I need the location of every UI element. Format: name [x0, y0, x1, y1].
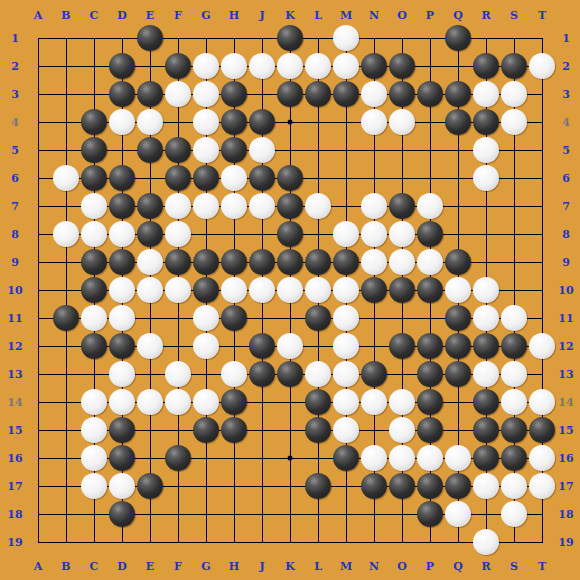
stone-white-Q18[interactable] [445, 501, 471, 527]
stone-white-R13[interactable] [473, 361, 499, 387]
coord-label-col-H: H [229, 561, 239, 572]
stone-black-E8[interactable] [137, 221, 163, 247]
coord-label-col-P: P [426, 10, 434, 21]
coord-label-row-8: 8 [562, 229, 570, 240]
stone-black-O12[interactable] [389, 333, 415, 359]
stone-white-D13[interactable] [109, 361, 135, 387]
stone-black-R4[interactable] [473, 109, 499, 135]
stone-white-M15[interactable] [333, 417, 359, 443]
stone-black-O10[interactable] [389, 277, 415, 303]
stone-white-H6[interactable] [221, 165, 247, 191]
coord-label-col-R: R [481, 10, 490, 21]
stone-black-J12[interactable] [249, 333, 275, 359]
coord-label-row-14: 14 [7, 397, 22, 408]
stone-black-T15[interactable] [529, 417, 555, 443]
stone-white-T14[interactable] [529, 389, 555, 415]
coord-label-col-S: S [510, 10, 518, 21]
stone-black-K1[interactable] [277, 25, 303, 51]
stone-white-N7[interactable] [361, 193, 387, 219]
stone-black-Q9[interactable] [445, 249, 471, 275]
stone-white-N16[interactable] [361, 445, 387, 471]
coord-label-row-16: 16 [7, 453, 22, 464]
coord-label-row-4: 4 [562, 117, 570, 128]
stone-black-K7[interactable] [277, 193, 303, 219]
stone-white-L13[interactable] [305, 361, 331, 387]
coord-label-col-O: O [397, 561, 407, 572]
stone-white-D11[interactable] [109, 305, 135, 331]
coord-label-col-A: A [34, 10, 43, 21]
stone-white-O14[interactable] [389, 389, 415, 415]
coord-label-col-F: F [174, 10, 182, 21]
stone-white-M8[interactable] [333, 221, 359, 247]
stone-white-F8[interactable] [165, 221, 191, 247]
stone-white-H2[interactable] [221, 53, 247, 79]
grid-line-horizontal [38, 542, 543, 543]
stone-black-H14[interactable] [221, 389, 247, 415]
stone-black-O3[interactable] [389, 81, 415, 107]
coord-label-row-16: 16 [558, 453, 573, 464]
coord-label-col-Q: Q [453, 561, 463, 572]
coord-label-col-M: M [340, 10, 352, 21]
stone-black-C10[interactable] [81, 277, 107, 303]
stone-white-N14[interactable] [361, 389, 387, 415]
stone-black-D3[interactable] [109, 81, 135, 107]
coord-label-row-2: 2 [11, 61, 19, 72]
stone-black-D7[interactable] [109, 193, 135, 219]
stone-white-R10[interactable] [473, 277, 499, 303]
stone-white-J5[interactable] [249, 137, 275, 163]
coord-label-row-19: 19 [558, 537, 573, 548]
stone-black-Q3[interactable] [445, 81, 471, 107]
stone-white-K2[interactable] [277, 53, 303, 79]
coord-label-col-H: H [229, 10, 239, 21]
stone-white-P16[interactable] [417, 445, 443, 471]
coord-label-row-5: 5 [11, 145, 19, 156]
coord-label-col-A: A [34, 561, 43, 572]
coord-label-col-C: C [90, 10, 99, 21]
stone-white-H10[interactable] [221, 277, 247, 303]
stone-black-C4[interactable] [81, 109, 107, 135]
stone-white-C15[interactable] [81, 417, 107, 443]
stone-white-C11[interactable] [81, 305, 107, 331]
coord-label-row-9: 9 [11, 257, 19, 268]
stone-black-E17[interactable] [137, 473, 163, 499]
stone-black-G6[interactable] [193, 165, 219, 191]
coord-label-row-1: 1 [562, 33, 570, 44]
coord-label-row-18: 18 [7, 509, 22, 520]
stone-black-C9[interactable] [81, 249, 107, 275]
stone-black-H9[interactable] [221, 249, 247, 275]
coord-label-row-6: 6 [562, 173, 570, 184]
coord-label-row-11: 11 [558, 313, 573, 324]
coord-label-row-18: 18 [558, 509, 573, 520]
stone-black-C12[interactable] [81, 333, 107, 359]
stone-white-D8[interactable] [109, 221, 135, 247]
coord-label-row-9: 9 [562, 257, 570, 268]
stone-black-F16[interactable] [165, 445, 191, 471]
stone-black-R12[interactable] [473, 333, 499, 359]
stone-black-N17[interactable] [361, 473, 387, 499]
stone-black-H11[interactable] [221, 305, 247, 331]
stone-white-H7[interactable] [221, 193, 247, 219]
stone-black-S2[interactable] [501, 53, 527, 79]
stone-black-R2[interactable] [473, 53, 499, 79]
stone-white-R3[interactable] [473, 81, 499, 107]
stone-white-M11[interactable] [333, 305, 359, 331]
coord-label-row-7: 7 [562, 201, 570, 212]
coord-label-row-15: 15 [7, 425, 22, 436]
coord-label-row-17: 17 [7, 481, 22, 492]
stone-white-F10[interactable] [165, 277, 191, 303]
stone-white-J10[interactable] [249, 277, 275, 303]
coord-label-col-O: O [397, 10, 407, 21]
stone-white-C7[interactable] [81, 193, 107, 219]
stone-white-R17[interactable] [473, 473, 499, 499]
stone-white-S17[interactable] [501, 473, 527, 499]
stone-black-J13[interactable] [249, 361, 275, 387]
stone-black-Q17[interactable] [445, 473, 471, 499]
stone-black-H15[interactable] [221, 417, 247, 443]
stone-black-D9[interactable] [109, 249, 135, 275]
coord-label-col-G: G [201, 10, 210, 21]
stone-black-E7[interactable] [137, 193, 163, 219]
stone-black-Q13[interactable] [445, 361, 471, 387]
stone-white-K10[interactable] [277, 277, 303, 303]
stone-white-O16[interactable] [389, 445, 415, 471]
stone-white-F14[interactable] [165, 389, 191, 415]
stone-white-N8[interactable] [361, 221, 387, 247]
stone-white-O9[interactable] [389, 249, 415, 275]
stone-black-E3[interactable] [137, 81, 163, 107]
stone-black-D2[interactable] [109, 53, 135, 79]
stone-white-D14[interactable] [109, 389, 135, 415]
stone-black-D6[interactable] [109, 165, 135, 191]
stone-black-L17[interactable] [305, 473, 331, 499]
stone-white-G12[interactable] [193, 333, 219, 359]
stone-black-E1[interactable] [137, 25, 163, 51]
coord-label-col-B: B [61, 10, 70, 21]
stone-black-L11[interactable] [305, 305, 331, 331]
stone-white-H13[interactable] [221, 361, 247, 387]
coord-label-col-E: E [146, 10, 154, 21]
stone-white-C16[interactable] [81, 445, 107, 471]
stone-black-K6[interactable] [277, 165, 303, 191]
stone-white-F13[interactable] [165, 361, 191, 387]
stone-white-E9[interactable] [137, 249, 163, 275]
coord-label-col-K: K [285, 561, 295, 572]
stone-black-J4[interactable] [249, 109, 275, 135]
star-point [288, 456, 293, 461]
stone-white-N9[interactable] [361, 249, 387, 275]
coord-label-row-10: 10 [558, 285, 573, 296]
stone-white-R19[interactable] [473, 529, 499, 555]
stone-white-M10[interactable] [333, 277, 359, 303]
stone-white-D4[interactable] [109, 109, 135, 135]
coord-label-col-T: T [538, 10, 546, 21]
coord-label-row-2: 2 [562, 61, 570, 72]
stone-white-G2[interactable] [193, 53, 219, 79]
stone-white-S11[interactable] [501, 305, 527, 331]
coord-label-row-3: 3 [562, 89, 570, 100]
coord-label-row-7: 7 [11, 201, 19, 212]
stone-white-P9[interactable] [417, 249, 443, 275]
stone-black-D12[interactable] [109, 333, 135, 359]
stone-black-J9[interactable] [249, 249, 275, 275]
coord-label-col-J: J [259, 10, 264, 21]
stone-white-M12[interactable] [333, 333, 359, 359]
coord-label-row-11: 11 [7, 313, 22, 324]
stone-black-H4[interactable] [221, 109, 247, 135]
coord-label-row-13: 13 [558, 369, 573, 380]
coord-label-row-12: 12 [558, 341, 573, 352]
stone-black-C6[interactable] [81, 165, 107, 191]
stone-black-L3[interactable] [305, 81, 331, 107]
stone-black-Q4[interactable] [445, 109, 471, 135]
stone-white-G4[interactable] [193, 109, 219, 135]
stone-black-L14[interactable] [305, 389, 331, 415]
stone-white-Q16[interactable] [445, 445, 471, 471]
stone-white-D10[interactable] [109, 277, 135, 303]
coord-label-col-D: D [117, 561, 127, 572]
coord-label-col-E: E [146, 561, 154, 572]
stone-white-T17[interactable] [529, 473, 555, 499]
stone-white-P7[interactable] [417, 193, 443, 219]
stone-black-N2[interactable] [361, 53, 387, 79]
stone-black-P8[interactable] [417, 221, 443, 247]
stone-white-O4[interactable] [389, 109, 415, 135]
stone-black-S16[interactable] [501, 445, 527, 471]
stone-white-C8[interactable] [81, 221, 107, 247]
stone-white-S3[interactable] [501, 81, 527, 107]
go-board[interactable]: AABBCCDDEEFFGGHHJJKKLLMMNNOOPPQQRRSSTT11… [0, 0, 580, 580]
stone-black-G15[interactable] [193, 417, 219, 443]
stone-white-M1[interactable] [333, 25, 359, 51]
stone-black-M16[interactable] [333, 445, 359, 471]
stone-white-O8[interactable] [389, 221, 415, 247]
stone-white-L10[interactable] [305, 277, 331, 303]
coord-label-row-19: 19 [7, 537, 22, 548]
coord-label-col-K: K [285, 10, 295, 21]
stone-black-P3[interactable] [417, 81, 443, 107]
stone-white-D17[interactable] [109, 473, 135, 499]
stone-black-H5[interactable] [221, 137, 247, 163]
coord-label-col-Q: Q [453, 10, 463, 21]
stone-white-M13[interactable] [333, 361, 359, 387]
coord-label-col-L: L [314, 10, 322, 21]
stone-black-B11[interactable] [53, 305, 79, 331]
coord-label-col-F: F [174, 561, 182, 572]
stone-white-R11[interactable] [473, 305, 499, 331]
stone-white-C14[interactable] [81, 389, 107, 415]
stone-white-Q10[interactable] [445, 277, 471, 303]
stone-black-F9[interactable] [165, 249, 191, 275]
stone-white-J7[interactable] [249, 193, 275, 219]
coord-label-col-M: M [340, 561, 352, 572]
stone-black-K9[interactable] [277, 249, 303, 275]
stone-white-B8[interactable] [53, 221, 79, 247]
stone-white-S4[interactable] [501, 109, 527, 135]
stone-black-G10[interactable] [193, 277, 219, 303]
stone-black-Q11[interactable] [445, 305, 471, 331]
stone-white-T2[interactable] [529, 53, 555, 79]
stone-white-G5[interactable] [193, 137, 219, 163]
coord-label-row-15: 15 [558, 425, 573, 436]
stone-white-L7[interactable] [305, 193, 331, 219]
coord-label-col-R: R [481, 561, 490, 572]
coord-label-row-6: 6 [11, 173, 19, 184]
coord-label-row-3: 3 [11, 89, 19, 100]
star-point [288, 120, 293, 125]
coord-label-col-L: L [314, 561, 322, 572]
coord-label-row-4: 4 [11, 117, 19, 128]
stone-white-R5[interactable] [473, 137, 499, 163]
coord-label-row-14: 14 [558, 397, 573, 408]
stone-black-M3[interactable] [333, 81, 359, 107]
stone-black-H3[interactable] [221, 81, 247, 107]
stone-white-G3[interactable] [193, 81, 219, 107]
stone-black-R16[interactable] [473, 445, 499, 471]
coord-label-col-C: C [90, 561, 99, 572]
stone-white-N3[interactable] [361, 81, 387, 107]
stone-black-S12[interactable] [501, 333, 527, 359]
stone-black-P12[interactable] [417, 333, 443, 359]
coord-label-row-12: 12 [7, 341, 22, 352]
stone-black-F5[interactable] [165, 137, 191, 163]
stone-white-G11[interactable] [193, 305, 219, 331]
coord-label-row-1: 1 [11, 33, 19, 44]
coord-label-col-J: J [259, 561, 264, 572]
stone-black-M9[interactable] [333, 249, 359, 275]
stone-black-Q1[interactable] [445, 25, 471, 51]
stone-black-N10[interactable] [361, 277, 387, 303]
stone-black-J6[interactable] [249, 165, 275, 191]
stone-white-M2[interactable] [333, 53, 359, 79]
stone-black-P13[interactable] [417, 361, 443, 387]
stone-white-L2[interactable] [305, 53, 331, 79]
stone-white-G7[interactable] [193, 193, 219, 219]
stone-black-K3[interactable] [277, 81, 303, 107]
coord-label-col-N: N [369, 561, 379, 572]
stone-white-S13[interactable] [501, 361, 527, 387]
stone-black-D18[interactable] [109, 501, 135, 527]
stone-black-N13[interactable] [361, 361, 387, 387]
stone-black-G9[interactable] [193, 249, 219, 275]
coord-label-col-N: N [369, 10, 379, 21]
stone-white-F3[interactable] [165, 81, 191, 107]
stone-white-S18[interactable] [501, 501, 527, 527]
stone-white-K12[interactable] [277, 333, 303, 359]
stone-black-P18[interactable] [417, 501, 443, 527]
coord-label-col-G: G [201, 561, 210, 572]
stone-black-R15[interactable] [473, 417, 499, 443]
stone-black-P14[interactable] [417, 389, 443, 415]
stone-black-K13[interactable] [277, 361, 303, 387]
stone-white-T16[interactable] [529, 445, 555, 471]
stone-white-F7[interactable] [165, 193, 191, 219]
coord-label-row-8: 8 [11, 229, 19, 240]
stone-black-R14[interactable] [473, 389, 499, 415]
coord-label-col-B: B [61, 561, 70, 572]
coord-label-row-17: 17 [558, 481, 573, 492]
stone-black-P15[interactable] [417, 417, 443, 443]
stone-black-O17[interactable] [389, 473, 415, 499]
stone-black-E5[interactable] [137, 137, 163, 163]
coord-label-col-D: D [117, 10, 127, 21]
stone-white-B6[interactable] [53, 165, 79, 191]
stone-black-Q12[interactable] [445, 333, 471, 359]
stone-white-M14[interactable] [333, 389, 359, 415]
stone-white-O15[interactable] [389, 417, 415, 443]
stone-black-D16[interactable] [109, 445, 135, 471]
stone-white-S14[interactable] [501, 389, 527, 415]
stone-white-E12[interactable] [137, 333, 163, 359]
stone-white-C17[interactable] [81, 473, 107, 499]
stone-black-L15[interactable] [305, 417, 331, 443]
coord-label-col-T: T [538, 561, 546, 572]
stone-white-E14[interactable] [137, 389, 163, 415]
stone-black-P10[interactable] [417, 277, 443, 303]
stone-black-F6[interactable] [165, 165, 191, 191]
stone-white-T12[interactable] [529, 333, 555, 359]
coord-label-col-S: S [510, 561, 518, 572]
coord-label-row-5: 5 [562, 145, 570, 156]
stone-black-O2[interactable] [389, 53, 415, 79]
coord-label-col-P: P [426, 561, 434, 572]
stone-white-E4[interactable] [137, 109, 163, 135]
stone-white-G14[interactable] [193, 389, 219, 415]
coord-label-row-10: 10 [7, 285, 22, 296]
stone-black-F2[interactable] [165, 53, 191, 79]
stone-black-S15[interactable] [501, 417, 527, 443]
stone-black-K8[interactable] [277, 221, 303, 247]
stone-white-R6[interactable] [473, 165, 499, 191]
stone-black-C5[interactable] [81, 137, 107, 163]
stone-black-L9[interactable] [305, 249, 331, 275]
stone-white-E10[interactable] [137, 277, 163, 303]
stone-white-J2[interactable] [249, 53, 275, 79]
stone-black-O7[interactable] [389, 193, 415, 219]
stone-black-D15[interactable] [109, 417, 135, 443]
stone-white-N4[interactable] [361, 109, 387, 135]
stone-black-P17[interactable] [417, 473, 443, 499]
coord-label-row-13: 13 [7, 369, 22, 380]
